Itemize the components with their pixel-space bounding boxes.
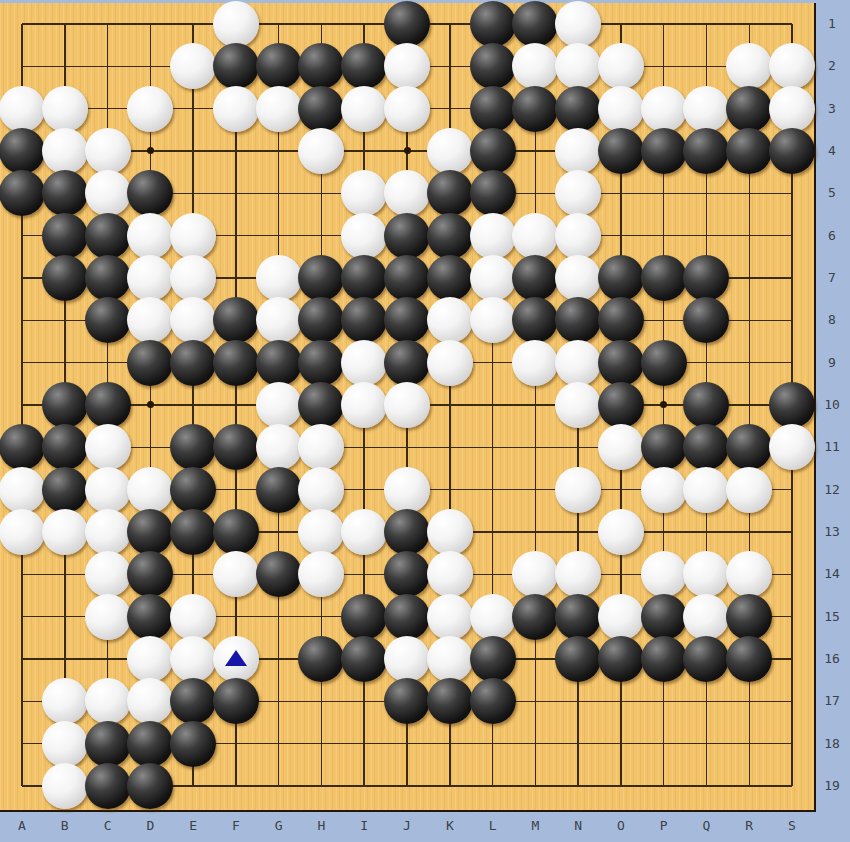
white-stone-I5[interactable] (341, 170, 387, 216)
black-stone-C6[interactable] (85, 213, 131, 259)
black-stone-E11[interactable] (170, 424, 216, 470)
go-game-screenshot: ABCDEFGHIJKLMNOPQRS123456789101112131415… (0, 0, 850, 842)
white-stone-L6[interactable] (470, 213, 516, 259)
row-label-16: 16 (816, 651, 848, 666)
black-stone-P16[interactable] (641, 636, 687, 682)
last-move-triangle-marker (225, 650, 247, 666)
black-stone-I16[interactable] (341, 636, 387, 682)
black-stone-P7[interactable] (641, 255, 687, 301)
column-label-M: M (527, 818, 543, 833)
black-stone-I2[interactable] (341, 43, 387, 89)
black-stone-M7[interactable] (512, 255, 558, 301)
white-stone-H13[interactable] (298, 509, 344, 555)
column-label-G: G (271, 818, 287, 833)
white-stone-K4[interactable] (427, 128, 473, 174)
black-stone-F8[interactable] (213, 297, 259, 343)
white-stone-E15[interactable] (170, 594, 216, 640)
white-stone-N10[interactable] (555, 382, 601, 428)
white-stone-K14[interactable] (427, 551, 473, 597)
black-stone-M15[interactable] (512, 594, 558, 640)
white-stone-Q14[interactable] (683, 551, 729, 597)
column-label-D: D (142, 818, 158, 833)
black-stone-B12[interactable] (42, 467, 88, 513)
black-stone-Q8[interactable] (683, 297, 729, 343)
column-label-N: N (570, 818, 586, 833)
white-stone-O2[interactable] (598, 43, 644, 89)
column-label-P: P (656, 818, 672, 833)
black-stone-J9[interactable] (384, 340, 430, 386)
white-stone-P14[interactable] (641, 551, 687, 597)
white-stone-J16[interactable] (384, 636, 430, 682)
white-stone-S11[interactable] (769, 424, 815, 470)
white-stone-A12[interactable] (0, 467, 45, 513)
black-stone-G9[interactable] (256, 340, 302, 386)
white-stone-J12[interactable] (384, 467, 430, 513)
black-stone-M1[interactable] (512, 1, 558, 47)
black-stone-F11[interactable] (213, 424, 259, 470)
white-stone-N5[interactable] (555, 170, 601, 216)
white-stone-R2[interactable] (726, 43, 772, 89)
column-label-H: H (313, 818, 329, 833)
row-label-19: 19 (816, 778, 848, 793)
white-stone-G8[interactable] (256, 297, 302, 343)
black-stone-L2[interactable] (470, 43, 516, 89)
black-stone-C10[interactable] (85, 382, 131, 428)
white-stone-G10[interactable] (256, 382, 302, 428)
row-label-18: 18 (816, 736, 848, 751)
black-stone-E9[interactable] (170, 340, 216, 386)
row-label-15: 15 (816, 609, 848, 624)
black-stone-D14[interactable] (127, 551, 173, 597)
white-stone-N2[interactable] (555, 43, 601, 89)
white-stone-B19[interactable] (42, 763, 88, 809)
black-stone-O16[interactable] (598, 636, 644, 682)
black-stone-A4[interactable] (0, 128, 45, 174)
column-label-R: R (741, 818, 757, 833)
white-stone-C14[interactable] (85, 551, 131, 597)
white-stone-E7[interactable] (170, 255, 216, 301)
white-stone-C12[interactable] (85, 467, 131, 513)
black-stone-J6[interactable] (384, 213, 430, 259)
black-stone-A5[interactable] (0, 170, 45, 216)
black-stone-P11[interactable] (641, 424, 687, 470)
row-label-2: 2 (816, 58, 848, 73)
black-stone-D5[interactable] (127, 170, 173, 216)
black-stone-M8[interactable] (512, 297, 558, 343)
white-stone-C4[interactable] (85, 128, 131, 174)
white-stone-C15[interactable] (85, 594, 131, 640)
white-stone-N12[interactable] (555, 467, 601, 513)
black-stone-R3[interactable] (726, 86, 772, 132)
star-point (147, 147, 154, 154)
white-stone-F1[interactable] (213, 1, 259, 47)
column-label-K: K (442, 818, 458, 833)
row-label-3: 3 (816, 101, 848, 116)
black-stone-G2[interactable] (256, 43, 302, 89)
white-stone-H11[interactable] (298, 424, 344, 470)
black-stone-Q7[interactable] (683, 255, 729, 301)
white-stone-I9[interactable] (341, 340, 387, 386)
white-stone-J3[interactable] (384, 86, 430, 132)
black-stone-J1[interactable] (384, 1, 430, 47)
row-label-17: 17 (816, 693, 848, 708)
black-stone-R15[interactable] (726, 594, 772, 640)
row-label-10: 10 (816, 397, 848, 412)
column-label-B: B (57, 818, 73, 833)
column-label-A: A (14, 818, 30, 833)
black-stone-D9[interactable] (127, 340, 173, 386)
white-stone-I6[interactable] (341, 213, 387, 259)
black-stone-O8[interactable] (598, 297, 644, 343)
white-stone-O3[interactable] (598, 86, 644, 132)
white-stone-L7[interactable] (470, 255, 516, 301)
white-stone-Q12[interactable] (683, 467, 729, 513)
white-stone-A3[interactable] (0, 86, 45, 132)
white-stone-H12[interactable] (298, 467, 344, 513)
black-stone-L3[interactable] (470, 86, 516, 132)
star-point (404, 147, 411, 154)
white-stone-N4[interactable] (555, 128, 601, 174)
column-label-E: E (185, 818, 201, 833)
white-stone-D8[interactable] (127, 297, 173, 343)
row-label-12: 12 (816, 482, 848, 497)
black-stone-S10[interactable] (769, 382, 815, 428)
black-stone-B11[interactable] (42, 424, 88, 470)
black-stone-G12[interactable] (256, 467, 302, 513)
white-stone-N14[interactable] (555, 551, 601, 597)
white-stone-L8[interactable] (470, 297, 516, 343)
white-stone-B4[interactable] (42, 128, 88, 174)
black-stone-E18[interactable] (170, 721, 216, 767)
white-stone-K15[interactable] (427, 594, 473, 640)
black-stone-B7[interactable] (42, 255, 88, 301)
black-stone-B10[interactable] (42, 382, 88, 428)
white-stone-D6[interactable] (127, 213, 173, 259)
black-stone-I15[interactable] (341, 594, 387, 640)
black-stone-N15[interactable] (555, 594, 601, 640)
black-stone-E17[interactable] (170, 678, 216, 724)
white-stone-S3[interactable] (769, 86, 815, 132)
black-stone-P9[interactable] (641, 340, 687, 386)
black-stone-L16[interactable] (470, 636, 516, 682)
row-label-13: 13 (816, 524, 848, 539)
white-stone-K9[interactable] (427, 340, 473, 386)
white-stone-D16[interactable] (127, 636, 173, 682)
black-stone-B5[interactable] (42, 170, 88, 216)
black-stone-H2[interactable] (298, 43, 344, 89)
black-stone-H8[interactable] (298, 297, 344, 343)
white-stone-G11[interactable] (256, 424, 302, 470)
white-stone-I3[interactable] (341, 86, 387, 132)
black-stone-R11[interactable] (726, 424, 772, 470)
black-stone-L4[interactable] (470, 128, 516, 174)
row-label-6: 6 (816, 228, 848, 243)
white-stone-G3[interactable] (256, 86, 302, 132)
row-label-8: 8 (816, 312, 848, 327)
white-stone-K8[interactable] (427, 297, 473, 343)
black-stone-Q4[interactable] (683, 128, 729, 174)
white-stone-H14[interactable] (298, 551, 344, 597)
black-stone-F9[interactable] (213, 340, 259, 386)
black-stone-O4[interactable] (598, 128, 644, 174)
white-stone-D12[interactable] (127, 467, 173, 513)
white-stone-E8[interactable] (170, 297, 216, 343)
black-stone-G14[interactable] (256, 551, 302, 597)
black-stone-K17[interactable] (427, 678, 473, 724)
black-stone-E12[interactable] (170, 467, 216, 513)
white-stone-C5[interactable] (85, 170, 131, 216)
column-label-C: C (100, 818, 116, 833)
black-stone-C7[interactable] (85, 255, 131, 301)
black-stone-N8[interactable] (555, 297, 601, 343)
black-stone-I8[interactable] (341, 297, 387, 343)
black-stone-R16[interactable] (726, 636, 772, 682)
white-stone-D7[interactable] (127, 255, 173, 301)
white-stone-S2[interactable] (769, 43, 815, 89)
star-point (147, 401, 154, 408)
black-stone-N16[interactable] (555, 636, 601, 682)
column-label-O: O (613, 818, 629, 833)
black-stone-K5[interactable] (427, 170, 473, 216)
white-stone-N1[interactable] (555, 1, 601, 47)
black-stone-R4[interactable] (726, 128, 772, 174)
white-stone-K13[interactable] (427, 509, 473, 555)
black-stone-C18[interactable] (85, 721, 131, 767)
black-stone-C8[interactable] (85, 297, 131, 343)
black-stone-F17[interactable] (213, 678, 259, 724)
black-stone-Q16[interactable] (683, 636, 729, 682)
black-stone-J13[interactable] (384, 509, 430, 555)
black-stone-O9[interactable] (598, 340, 644, 386)
black-stone-D13[interactable] (127, 509, 173, 555)
white-stone-O13[interactable] (598, 509, 644, 555)
black-stone-H3[interactable] (298, 86, 344, 132)
white-stone-N7[interactable] (555, 255, 601, 301)
black-stone-N3[interactable] (555, 86, 601, 132)
white-stone-D17[interactable] (127, 678, 173, 724)
star-point (660, 401, 667, 408)
black-stone-K6[interactable] (427, 213, 473, 259)
white-stone-B17[interactable] (42, 678, 88, 724)
white-stone-M2[interactable] (512, 43, 558, 89)
black-stone-A11[interactable] (0, 424, 45, 470)
black-stone-D18[interactable] (127, 721, 173, 767)
black-stone-Q10[interactable] (683, 382, 729, 428)
white-stone-J10[interactable] (384, 382, 430, 428)
black-stone-Q11[interactable] (683, 424, 729, 470)
black-stone-J17[interactable] (384, 678, 430, 724)
black-stone-M3[interactable] (512, 86, 558, 132)
white-stone-M9[interactable] (512, 340, 558, 386)
black-stone-D15[interactable] (127, 594, 173, 640)
white-stone-K16[interactable] (427, 636, 473, 682)
black-stone-L17[interactable] (470, 678, 516, 724)
white-stone-F14[interactable] (213, 551, 259, 597)
black-stone-H16[interactable] (298, 636, 344, 682)
row-label-4: 4 (816, 143, 848, 158)
white-stone-P3[interactable] (641, 86, 687, 132)
row-label-11: 11 (816, 439, 848, 454)
white-stone-O11[interactable] (598, 424, 644, 470)
black-stone-H7[interactable] (298, 255, 344, 301)
black-stone-K7[interactable] (427, 255, 473, 301)
black-stone-I7[interactable] (341, 255, 387, 301)
white-stone-A13[interactable] (0, 509, 45, 555)
white-stone-E2[interactable] (170, 43, 216, 89)
white-stone-C17[interactable] (85, 678, 131, 724)
white-stone-Q3[interactable] (683, 86, 729, 132)
white-stone-P12[interactable] (641, 467, 687, 513)
column-label-Q: Q (698, 818, 714, 833)
white-stone-L15[interactable] (470, 594, 516, 640)
black-stone-L1[interactable] (470, 1, 516, 47)
black-stone-C19[interactable] (85, 763, 131, 809)
black-stone-S4[interactable] (769, 128, 815, 174)
black-stone-O7[interactable] (598, 255, 644, 301)
black-stone-J14[interactable] (384, 551, 430, 597)
black-stone-H10[interactable] (298, 382, 344, 428)
black-stone-J15[interactable] (384, 594, 430, 640)
column-label-I: I (356, 818, 372, 833)
column-label-S: S (784, 818, 800, 833)
white-stone-B3[interactable] (42, 86, 88, 132)
white-stone-B18[interactable] (42, 721, 88, 767)
black-stone-L5[interactable] (470, 170, 516, 216)
black-stone-J8[interactable] (384, 297, 430, 343)
white-stone-B13[interactable] (42, 509, 88, 555)
white-stone-D3[interactable] (127, 86, 173, 132)
column-label-J: J (399, 818, 415, 833)
white-stone-E16[interactable] (170, 636, 216, 682)
white-stone-N6[interactable] (555, 213, 601, 259)
column-label-F: F (228, 818, 244, 833)
black-stone-P15[interactable] (641, 594, 687, 640)
white-stone-M6[interactable] (512, 213, 558, 259)
white-stone-R12[interactable] (726, 467, 772, 513)
row-label-9: 9 (816, 355, 848, 370)
black-stone-O10[interactable] (598, 382, 644, 428)
white-stone-I10[interactable] (341, 382, 387, 428)
black-stone-F2[interactable] (213, 43, 259, 89)
white-stone-M14[interactable] (512, 551, 558, 597)
white-stone-C13[interactable] (85, 509, 131, 555)
column-label-L: L (485, 818, 501, 833)
white-stone-G7[interactable] (256, 255, 302, 301)
white-stone-J5[interactable] (384, 170, 430, 216)
black-stone-H9[interactable] (298, 340, 344, 386)
white-stone-Q15[interactable] (683, 594, 729, 640)
white-stone-R14[interactable] (726, 551, 772, 597)
black-stone-F13[interactable] (213, 509, 259, 555)
black-stone-J7[interactable] (384, 255, 430, 301)
white-stone-E6[interactable] (170, 213, 216, 259)
white-stone-H4[interactable] (298, 128, 344, 174)
black-stone-E13[interactable] (170, 509, 216, 555)
row-label-5: 5 (816, 185, 848, 200)
row-label-1: 1 (816, 16, 848, 31)
white-stone-I13[interactable] (341, 509, 387, 555)
white-stone-F3[interactable] (213, 86, 259, 132)
white-stone-O15[interactable] (598, 594, 644, 640)
black-stone-B6[interactable] (42, 213, 88, 259)
white-stone-C11[interactable] (85, 424, 131, 470)
white-stone-N9[interactable] (555, 340, 601, 386)
row-label-14: 14 (816, 566, 848, 581)
black-stone-P4[interactable] (641, 128, 687, 174)
white-stone-J2[interactable] (384, 43, 430, 89)
black-stone-D19[interactable] (127, 763, 173, 809)
row-label-7: 7 (816, 270, 848, 285)
go-board[interactable] (0, 3, 816, 812)
